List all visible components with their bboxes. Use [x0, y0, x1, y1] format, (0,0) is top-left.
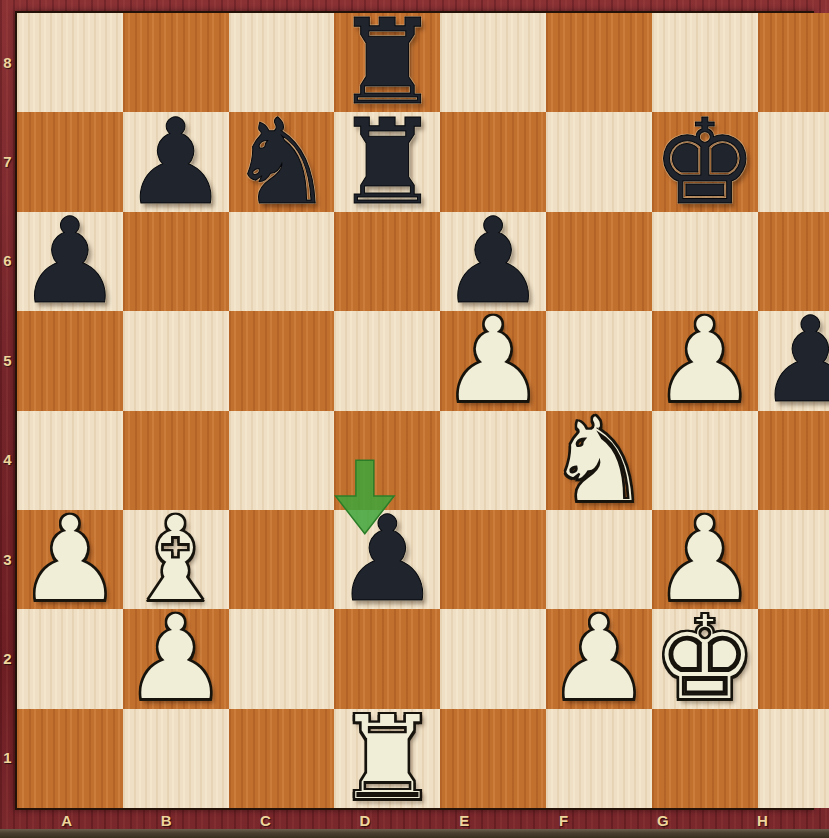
square-g7[interactable]: ♚	[652, 112, 758, 211]
square-g5[interactable]: ♟	[652, 311, 758, 410]
square-f4[interactable]: ♞	[546, 411, 652, 510]
file-label-d: D	[315, 811, 414, 831]
square-c3[interactable]	[229, 510, 335, 609]
square-c7[interactable]: ♞	[229, 112, 335, 211]
square-d3[interactable]: ♟	[334, 510, 440, 609]
square-d1[interactable]: ♜	[334, 709, 440, 808]
square-d7[interactable]: ♜	[334, 112, 440, 211]
square-c5[interactable]	[229, 311, 335, 410]
square-a8[interactable]	[17, 13, 123, 112]
file-label-h: H	[713, 811, 812, 831]
square-f6[interactable]	[546, 212, 652, 311]
chess-board: ♜♟♞♜♚♟♟♟♟♟♞♟♝♟♟♟♟♚♜	[15, 11, 814, 810]
square-c2[interactable]	[229, 609, 335, 708]
square-e3[interactable]	[440, 510, 546, 609]
square-e8[interactable]	[440, 13, 546, 112]
square-c1[interactable]	[229, 709, 335, 808]
square-b2[interactable]: ♟	[123, 609, 229, 708]
rank-label-2: 2	[0, 650, 15, 668]
square-e5[interactable]: ♟	[440, 311, 546, 410]
square-e1[interactable]	[440, 709, 546, 808]
square-h3[interactable]	[758, 510, 829, 609]
square-b5[interactable]	[123, 311, 229, 410]
piece-black-king[interactable]: ♚	[652, 113, 758, 212]
rank-label-1: 1	[0, 749, 15, 767]
rank-label-7: 7	[0, 153, 15, 171]
rank-label-4: 4	[0, 451, 15, 469]
board-frame: ♜♟♞♜♚♟♟♟♟♟♞♟♝♟♟♟♟♚♜ 87654321 ABCDEFGH	[0, 0, 829, 838]
piece-black-knight[interactable]: ♞	[229, 113, 335, 212]
rank-label-5: 5	[0, 352, 15, 370]
rank-label-8: 8	[0, 54, 15, 72]
square-c4[interactable]	[229, 411, 335, 510]
piece-white-king[interactable]: ♚	[652, 609, 758, 708]
file-label-a: A	[17, 811, 116, 831]
square-f8[interactable]	[546, 13, 652, 112]
square-a1[interactable]	[17, 709, 123, 808]
piece-black-pawn[interactable]: ♟	[758, 311, 829, 410]
file-label-c: C	[216, 811, 315, 831]
square-f7[interactable]	[546, 112, 652, 211]
piece-white-pawn[interactable]: ♟	[123, 609, 229, 708]
piece-black-pawn[interactable]: ♟	[123, 113, 229, 212]
piece-white-pawn[interactable]: ♟	[17, 510, 123, 609]
square-h1[interactable]	[758, 709, 829, 808]
square-h8[interactable]	[758, 13, 829, 112]
square-g2[interactable]: ♚	[652, 609, 758, 708]
square-h5[interactable]: ♟	[758, 311, 829, 410]
file-label-f: F	[514, 811, 613, 831]
square-e2[interactable]	[440, 609, 546, 708]
square-h7[interactable]	[758, 112, 829, 211]
file-label-e: E	[415, 811, 514, 831]
square-a3[interactable]: ♟	[17, 510, 123, 609]
file-label-b: B	[116, 811, 215, 831]
rank-label-3: 3	[0, 551, 15, 569]
piece-black-pawn[interactable]: ♟	[17, 212, 123, 311]
square-f2[interactable]: ♟	[546, 609, 652, 708]
piece-white-rook[interactable]: ♜	[334, 709, 440, 808]
square-b7[interactable]: ♟	[123, 112, 229, 211]
piece-black-pawn[interactable]: ♟	[334, 510, 440, 609]
piece-white-pawn[interactable]: ♟	[440, 311, 546, 410]
file-label-g: G	[613, 811, 712, 831]
rank-label-6: 6	[0, 252, 15, 270]
square-h2[interactable]	[758, 609, 829, 708]
square-a6[interactable]: ♟	[17, 212, 123, 311]
piece-black-rook[interactable]: ♜	[334, 113, 440, 212]
piece-white-knight[interactable]: ♞	[546, 411, 652, 510]
piece-white-pawn[interactable]: ♟	[546, 609, 652, 708]
piece-white-pawn[interactable]: ♟	[652, 311, 758, 410]
square-d5[interactable]	[334, 311, 440, 410]
